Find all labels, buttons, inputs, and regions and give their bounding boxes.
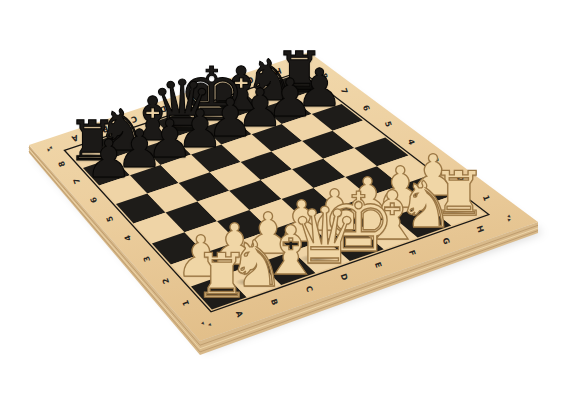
chess-set-photo: AABBCCDDEEFFGGHH1122334455667788◂▸◂▸▸◂▸◂… [0, 0, 570, 400]
piece-black-pawn-a7[interactable]: ♟ [85, 133, 132, 185]
piece-white-rook-a1[interactable]: ♜ [194, 247, 249, 309]
